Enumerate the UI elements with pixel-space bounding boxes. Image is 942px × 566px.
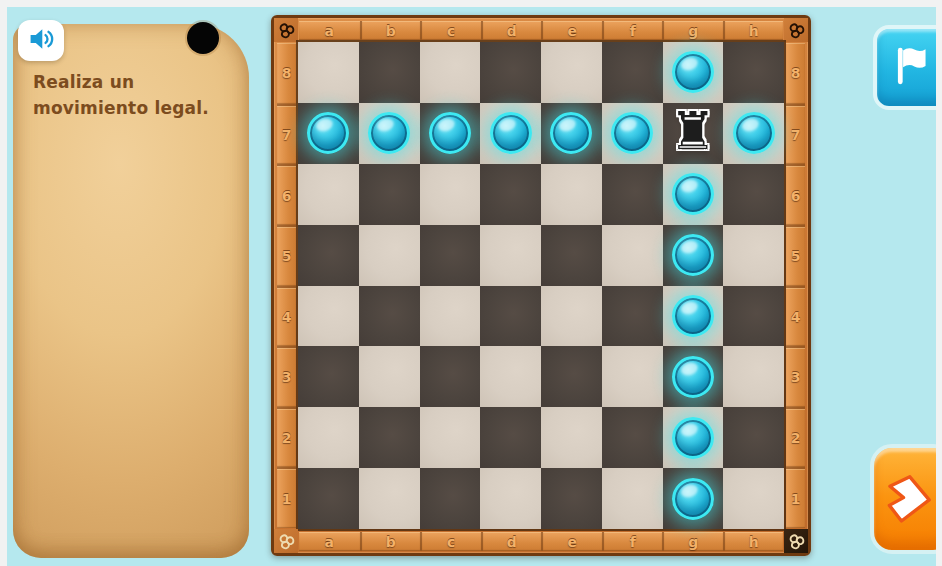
square-e2[interactable] xyxy=(541,407,602,468)
rank-label-4: 4 xyxy=(282,309,292,325)
square-e5[interactable] xyxy=(541,225,602,286)
square-b7[interactable] xyxy=(359,103,420,164)
file-label-g: g xyxy=(688,534,698,550)
file-label-segment: d xyxy=(481,532,542,551)
square-h8[interactable] xyxy=(723,42,784,103)
rank-label-segment: 1 xyxy=(786,467,805,528)
file-label-f: f xyxy=(630,23,636,39)
board-corner-ornament-icon xyxy=(274,18,298,42)
square-d1[interactable] xyxy=(480,468,541,529)
square-c3[interactable] xyxy=(420,346,481,407)
board-corner-ornament-icon xyxy=(784,18,808,42)
board-corner-ornament-icon xyxy=(274,529,298,553)
chess-board: abcdefgh 87654321 ♜ 87654321 abcdefgh xyxy=(271,15,811,556)
rank-label-2: 2 xyxy=(282,430,292,446)
square-g2[interactable] xyxy=(663,407,724,468)
file-labels-bottom: abcdefgh xyxy=(299,532,783,551)
file-label-segment: h xyxy=(723,21,784,40)
file-label-f: f xyxy=(630,534,636,550)
square-b8[interactable] xyxy=(359,42,420,103)
move-hint-a7[interactable] xyxy=(307,112,349,154)
rank-label-segment: 8 xyxy=(277,43,296,104)
rank-label-segment: 3 xyxy=(277,346,296,407)
square-g4[interactable] xyxy=(663,286,724,347)
square-a7[interactable] xyxy=(298,103,359,164)
rank-label-1: 1 xyxy=(791,491,801,507)
page-border-left xyxy=(0,0,7,566)
square-f5[interactable] xyxy=(602,225,663,286)
square-b3[interactable] xyxy=(359,346,420,407)
square-c2[interactable] xyxy=(420,407,481,468)
file-label-segment: f xyxy=(602,532,663,551)
square-a4[interactable] xyxy=(298,286,359,347)
square-a5[interactable] xyxy=(298,225,359,286)
rank-label-segment: 3 xyxy=(786,346,805,407)
square-f8[interactable] xyxy=(602,42,663,103)
file-label-h: h xyxy=(749,23,759,39)
square-c5[interactable] xyxy=(420,225,481,286)
file-label-e: e xyxy=(568,534,578,550)
rank-label-segment: 6 xyxy=(786,164,805,225)
rank-labels-left: 87654321 xyxy=(277,43,296,528)
file-label-h: h xyxy=(749,534,759,550)
file-label-segment: f xyxy=(602,21,663,40)
file-label-c: c xyxy=(447,23,455,39)
file-label-segment: c xyxy=(420,21,481,40)
square-a2[interactable] xyxy=(298,407,359,468)
file-label-d: d xyxy=(507,23,517,39)
file-label-segment: a xyxy=(299,532,360,551)
next-button[interactable] xyxy=(870,444,942,554)
square-d6[interactable] xyxy=(480,164,541,225)
file-label-segment: h xyxy=(723,532,784,551)
rank-label-1: 1 xyxy=(282,491,292,507)
file-label-segment: g xyxy=(662,21,723,40)
square-d4[interactable] xyxy=(480,286,541,347)
file-label-b: b xyxy=(386,534,396,550)
rank-label-6: 6 xyxy=(282,188,292,204)
move-hint-g8[interactable] xyxy=(672,51,714,93)
arrow-right-icon xyxy=(890,470,936,529)
square-a6[interactable] xyxy=(298,164,359,225)
file-label-segment: c xyxy=(420,532,481,551)
square-g8[interactable] xyxy=(663,42,724,103)
file-label-c: c xyxy=(447,534,455,550)
square-d8[interactable] xyxy=(480,42,541,103)
board-squares: ♜ xyxy=(298,42,784,529)
move-hint-g4[interactable] xyxy=(672,295,714,337)
rank-label-segment: 7 xyxy=(786,104,805,165)
file-label-b: b xyxy=(386,23,396,39)
file-label-a: a xyxy=(325,534,334,550)
square-b1[interactable] xyxy=(359,468,420,529)
move-hint-g6[interactable] xyxy=(672,173,714,215)
move-hint-g5[interactable] xyxy=(672,234,714,276)
square-d3[interactable] xyxy=(480,346,541,407)
move-hint-g1[interactable] xyxy=(672,478,714,520)
square-h1[interactable] xyxy=(723,468,784,529)
rank-label-segment: 5 xyxy=(786,225,805,286)
move-hint-g2[interactable] xyxy=(672,417,714,459)
rank-label-segment: 4 xyxy=(277,286,296,347)
move-hint-h7[interactable] xyxy=(733,112,775,154)
move-hint-b7[interactable] xyxy=(368,112,410,154)
square-h2[interactable] xyxy=(723,407,784,468)
resign-flag-button[interactable] xyxy=(873,25,942,110)
instruction-panel: Realiza un movimiento legal. xyxy=(13,24,249,558)
square-d7[interactable] xyxy=(480,103,541,164)
audio-button[interactable] xyxy=(18,20,64,61)
file-label-g: g xyxy=(688,23,698,39)
square-g7[interactable]: ♜ xyxy=(663,103,724,164)
board-corner-ornament-icon xyxy=(784,529,808,553)
move-hint-d7[interactable] xyxy=(490,112,532,154)
square-a8[interactable] xyxy=(298,42,359,103)
rank-label-4: 4 xyxy=(791,309,801,325)
square-d5[interactable] xyxy=(480,225,541,286)
square-e8[interactable] xyxy=(541,42,602,103)
file-labels-top: abcdefgh xyxy=(299,21,783,40)
file-label-e: e xyxy=(568,23,578,39)
square-g1[interactable] xyxy=(663,468,724,529)
rank-label-segment: 1 xyxy=(277,467,296,528)
rank-label-2: 2 xyxy=(791,430,801,446)
rank-label-segment: 4 xyxy=(786,286,805,347)
speaker-icon xyxy=(26,26,56,55)
square-h6[interactable] xyxy=(723,164,784,225)
square-f7[interactable] xyxy=(602,103,663,164)
square-f6[interactable] xyxy=(602,164,663,225)
square-f4[interactable] xyxy=(602,286,663,347)
status-dot xyxy=(187,22,219,54)
rank-label-5: 5 xyxy=(791,248,801,264)
square-c6[interactable] xyxy=(420,164,481,225)
file-label-a: a xyxy=(325,23,334,39)
page-border-right xyxy=(936,0,942,566)
square-c8[interactable] xyxy=(420,42,481,103)
square-g3[interactable] xyxy=(663,346,724,407)
square-f1[interactable] xyxy=(602,468,663,529)
square-g5[interactable] xyxy=(663,225,724,286)
app-root: Realiza un movimiento legal. abcdefgh 87… xyxy=(0,0,942,566)
square-g6[interactable] xyxy=(663,164,724,225)
square-a1[interactable] xyxy=(298,468,359,529)
square-h4[interactable] xyxy=(723,286,784,347)
rank-label-8: 8 xyxy=(791,65,801,81)
square-c1[interactable] xyxy=(420,468,481,529)
square-b4[interactable] xyxy=(359,286,420,347)
file-label-segment: d xyxy=(481,21,542,40)
square-d2[interactable] xyxy=(480,407,541,468)
move-hint-c7[interactable] xyxy=(429,112,471,154)
rank-label-segment: 2 xyxy=(277,407,296,468)
move-hint-g3[interactable] xyxy=(672,356,714,398)
square-b5[interactable] xyxy=(359,225,420,286)
rank-label-7: 7 xyxy=(282,127,292,143)
rank-label-segment: 2 xyxy=(786,407,805,468)
flag-icon xyxy=(897,43,929,92)
square-h3[interactable] xyxy=(723,346,784,407)
rank-labels-right: 87654321 xyxy=(786,43,805,528)
square-e3[interactable] xyxy=(541,346,602,407)
page-border-top xyxy=(0,0,942,7)
rank-label-5: 5 xyxy=(282,248,292,264)
rank-label-segment: 6 xyxy=(277,164,296,225)
square-e4[interactable] xyxy=(541,286,602,347)
square-f3[interactable] xyxy=(602,346,663,407)
instruction-text: Realiza un movimiento legal. xyxy=(33,70,245,121)
file-label-segment: b xyxy=(360,21,421,40)
square-h5[interactable] xyxy=(723,225,784,286)
file-label-segment: a xyxy=(299,21,360,40)
file-label-d: d xyxy=(507,534,517,550)
square-e6[interactable] xyxy=(541,164,602,225)
rank-label-segment: 5 xyxy=(277,225,296,286)
file-label-segment: e xyxy=(541,532,602,551)
rank-label-segment: 8 xyxy=(786,43,805,104)
file-label-segment: b xyxy=(360,532,421,551)
black-rook[interactable]: ♜ xyxy=(670,105,717,157)
move-hint-f7[interactable] xyxy=(611,112,653,154)
square-e1[interactable] xyxy=(541,468,602,529)
rank-label-8: 8 xyxy=(282,65,292,81)
rank-label-segment: 7 xyxy=(277,104,296,165)
rank-label-3: 3 xyxy=(282,369,292,385)
rank-label-7: 7 xyxy=(791,127,801,143)
square-c7[interactable] xyxy=(420,103,481,164)
square-f2[interactable] xyxy=(602,407,663,468)
file-label-segment: e xyxy=(541,21,602,40)
move-hint-e7[interactable] xyxy=(550,112,592,154)
rank-label-6: 6 xyxy=(791,188,801,204)
rank-label-3: 3 xyxy=(791,369,801,385)
square-b2[interactable] xyxy=(359,407,420,468)
square-a3[interactable] xyxy=(298,346,359,407)
square-h7[interactable] xyxy=(723,103,784,164)
square-b6[interactable] xyxy=(359,164,420,225)
square-e7[interactable] xyxy=(541,103,602,164)
file-label-segment: g xyxy=(662,532,723,551)
square-c4[interactable] xyxy=(420,286,481,347)
